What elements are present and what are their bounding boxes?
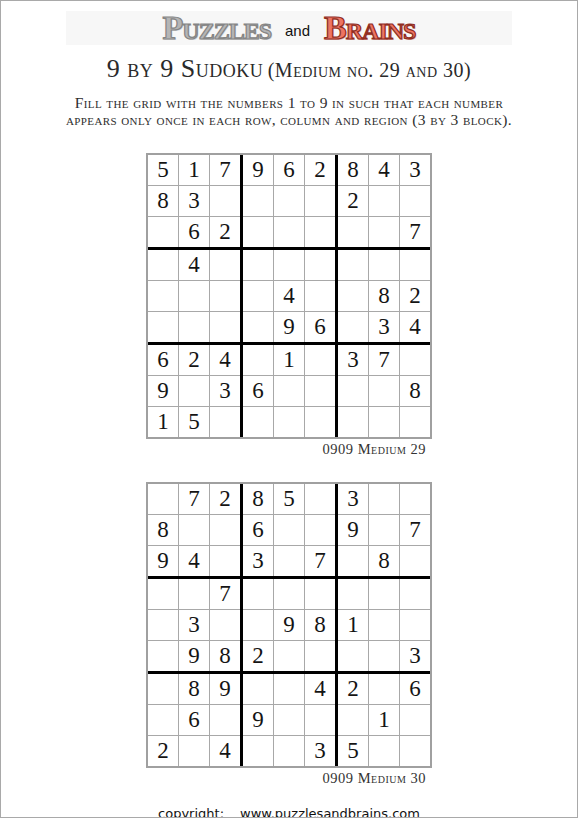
cell-r2c6[interactable]	[305, 186, 335, 216]
cell-r5c3[interactable]	[210, 281, 240, 311]
cell-r3c7[interactable]	[338, 217, 368, 247]
block-2-3: 13	[338, 579, 430, 671]
cell-r2c3[interactable]	[210, 186, 240, 216]
cell-r1c9[interactable]	[400, 484, 430, 514]
cell-r5c9[interactable]: 2	[400, 281, 430, 311]
cell-r3c9[interactable]	[400, 546, 430, 576]
cell-r8c8[interactable]	[369, 376, 399, 406]
cell-r5c1[interactable]	[148, 281, 178, 311]
cell-r5c4[interactable]	[243, 281, 273, 311]
cell-r5c2[interactable]: 3	[179, 610, 209, 640]
cell-r4c2[interactable]: 4	[179, 250, 209, 280]
cell-r6c7[interactable]	[338, 641, 368, 671]
cell-r7c3[interactable]: 9	[210, 674, 240, 704]
cell-r2c8[interactable]	[369, 186, 399, 216]
cell-r4c6[interactable]	[305, 579, 335, 609]
cell-r3c4[interactable]	[243, 217, 273, 247]
cell-r9c6[interactable]	[305, 407, 335, 437]
cell-r9c8[interactable]	[369, 736, 399, 766]
cell-r5c8[interactable]: 8	[369, 281, 399, 311]
cell-r8c8[interactable]: 1	[369, 705, 399, 735]
block-1-3: 3978	[338, 484, 430, 576]
cell-r1c2[interactable]: 7	[179, 484, 209, 514]
cell-r9c3[interactable]: 4	[210, 736, 240, 766]
cell-r1c4[interactable]: 9	[243, 155, 273, 185]
cell-r6c8[interactable]: 3	[369, 312, 399, 342]
cell-r6c2[interactable]	[179, 312, 209, 342]
cell-r3c3[interactable]	[210, 546, 240, 576]
cell-r7c1[interactable]: 6	[148, 345, 178, 375]
cell-r1c2[interactable]: 1	[179, 155, 209, 185]
cell-r2c5[interactable]	[274, 186, 304, 216]
cell-r3c1[interactable]: 9	[148, 546, 178, 576]
cell-r4c4[interactable]	[243, 250, 273, 280]
cell-r6c5[interactable]	[274, 641, 304, 671]
cell-r8c3[interactable]	[210, 705, 240, 735]
cell-r1c3[interactable]: 2	[210, 484, 240, 514]
cell-r6c2[interactable]: 9	[179, 641, 209, 671]
cell-r4c2[interactable]	[179, 579, 209, 609]
cell-r9c5[interactable]	[274, 736, 304, 766]
footer: copyright: www.puzzlesandbrains.com	[158, 806, 420, 818]
cell-r7c2[interactable]: 8	[179, 674, 209, 704]
cell-r1c4[interactable]: 8	[243, 484, 273, 514]
cell-r2c2[interactable]	[179, 515, 209, 545]
puzzle-page: Puzzles and Brains 9 by 9 Sudoku (Medium…	[0, 0, 578, 818]
cell-r7c6[interactable]: 4	[305, 674, 335, 704]
cell-r6c1[interactable]	[148, 641, 178, 671]
cell-r6c1[interactable]	[148, 312, 178, 342]
cell-r9c6[interactable]: 3	[305, 736, 335, 766]
cell-r9c4[interactable]	[243, 407, 273, 437]
page-title: 9 by 9 Sudoku (Medium no. 29 and 30)	[107, 56, 472, 85]
cell-r9c9[interactable]	[400, 407, 430, 437]
cell-r4c3[interactable]	[210, 250, 240, 280]
logo-and-text: and	[285, 22, 310, 39]
puzzle-caption-30: 0909 Medium 30	[146, 770, 432, 787]
cell-r4c8[interactable]	[369, 579, 399, 609]
cell-r3c9[interactable]: 7	[400, 217, 430, 247]
cell-r7c5[interactable]: 1	[274, 345, 304, 375]
cell-r5c4[interactable]	[243, 610, 273, 640]
cell-r5c1[interactable]	[148, 610, 178, 640]
instructions-line-2: appears only once in each row, column an…	[66, 111, 512, 128]
cell-r8c4[interactable]: 6	[243, 376, 273, 406]
cell-r5c6[interactable]	[305, 281, 335, 311]
cell-r9c2[interactable]	[179, 736, 209, 766]
cell-r4c6[interactable]	[305, 250, 335, 280]
cell-r9c7[interactable]	[338, 407, 368, 437]
cell-r4c5[interactable]	[274, 250, 304, 280]
cell-r7c9[interactable]	[400, 345, 430, 375]
cell-r7c2[interactable]: 2	[179, 345, 209, 375]
cell-r8c6[interactable]	[305, 376, 335, 406]
block-2-2: 496	[243, 250, 335, 342]
cell-r9c2[interactable]: 5	[179, 407, 209, 437]
cell-r2c6[interactable]	[305, 515, 335, 545]
website-url: www.puzzlesandbrains.com	[240, 806, 420, 818]
cell-r1c1[interactable]: 5	[148, 155, 178, 185]
cell-r3c8[interactable]: 8	[369, 546, 399, 576]
cell-r2c2[interactable]: 3	[179, 186, 209, 216]
block-3-2: 493	[243, 674, 335, 766]
cell-r2c9[interactable]: 7	[400, 515, 430, 545]
block-3-3: 378	[338, 345, 430, 437]
cell-r9c1[interactable]: 1	[148, 407, 178, 437]
page-title-main: 9 by 9 Sudoku	[107, 54, 263, 83]
cell-r8c2[interactable]: 6	[179, 705, 209, 735]
cell-r4c9[interactable]	[400, 579, 430, 609]
cell-r7c7[interactable]: 3	[338, 345, 368, 375]
block-1-2: 962	[243, 155, 335, 247]
cell-r8c1[interactable]: 9	[148, 376, 178, 406]
block-3-1: 89624	[148, 674, 240, 766]
cell-r2c5[interactable]	[274, 515, 304, 545]
cell-r4c7[interactable]	[338, 250, 368, 280]
cell-r4c1[interactable]	[148, 579, 178, 609]
cell-r4c5[interactable]	[274, 579, 304, 609]
block-2-1: 4	[148, 250, 240, 342]
cell-r9c5[interactable]	[274, 407, 304, 437]
block-1-2: 85637	[243, 484, 335, 576]
cell-r6c8[interactable]	[369, 641, 399, 671]
cell-r8c1[interactable]	[148, 705, 178, 735]
cell-r4c7[interactable]	[338, 579, 368, 609]
cell-r4c9[interactable]	[400, 250, 430, 280]
cell-r1c5[interactable]: 5	[274, 484, 304, 514]
block-3-2: 16	[243, 345, 335, 437]
block-2-3: 8234	[338, 250, 430, 342]
cell-r5c3[interactable]	[210, 610, 240, 640]
cell-r3c2[interactable]: 4	[179, 546, 209, 576]
cell-r6c4[interactable]: 2	[243, 641, 273, 671]
cell-r5c9[interactable]	[400, 610, 430, 640]
cell-r6c3[interactable]: 8	[210, 641, 240, 671]
cell-r1c5[interactable]: 6	[274, 155, 304, 185]
cell-r6c6[interactable]: 6	[305, 312, 335, 342]
cell-r7c1[interactable]	[148, 674, 178, 704]
cell-r1c7[interactable]: 8	[338, 155, 368, 185]
cell-r6c9[interactable]: 3	[400, 641, 430, 671]
cell-r3c2[interactable]: 6	[179, 217, 209, 247]
cell-r6c7[interactable]	[338, 312, 368, 342]
cell-r7c3[interactable]: 4	[210, 345, 240, 375]
cell-r3c5[interactable]	[274, 546, 304, 576]
sudoku-board-medium-30: 72894856373978739898213896244932615	[146, 482, 432, 768]
block-1-1: 5178362	[148, 155, 240, 247]
cell-r2c9[interactable]	[400, 186, 430, 216]
cell-r1c6[interactable]: 2	[305, 155, 335, 185]
cell-r2c7[interactable]: 2	[338, 186, 368, 216]
cell-r5c5[interactable]: 4	[274, 281, 304, 311]
cell-r9c4[interactable]	[243, 736, 273, 766]
cell-r8c6[interactable]	[305, 705, 335, 735]
puzzle-medium-29: 51783629628432744968234624931516378 0909…	[146, 153, 432, 458]
block-2-1: 7398	[148, 579, 240, 671]
logo-banner: Puzzles and Brains	[66, 11, 512, 45]
cell-r7c6[interactable]	[305, 345, 335, 375]
sudoku-board-medium-29: 51783629628432744968234624931516378	[146, 153, 432, 439]
copyright-label: copyright:	[158, 806, 224, 818]
cell-r7c4[interactable]	[243, 345, 273, 375]
cell-r4c4[interactable]	[243, 579, 273, 609]
cell-r8c7[interactable]	[338, 376, 368, 406]
cell-r3c6[interactable]: 7	[305, 546, 335, 576]
cell-r1c3[interactable]: 7	[210, 155, 240, 185]
block-1-1: 72894	[148, 484, 240, 576]
cell-r7c8[interactable]: 7	[369, 345, 399, 375]
block-3-3: 2615	[338, 674, 430, 766]
cell-r9c1[interactable]: 2	[148, 736, 178, 766]
block-1-3: 84327	[338, 155, 430, 247]
cell-r1c1[interactable]	[148, 484, 178, 514]
cell-r6c3[interactable]	[210, 312, 240, 342]
cell-r8c5[interactable]	[274, 705, 304, 735]
cell-r2c1[interactable]: 8	[148, 186, 178, 216]
cell-r8c9[interactable]: 8	[400, 376, 430, 406]
cell-r8c2[interactable]	[179, 376, 209, 406]
cell-r5c7[interactable]: 1	[338, 610, 368, 640]
cell-r8c7[interactable]	[338, 705, 368, 735]
puzzle-caption-29: 0909 Medium 29	[146, 441, 432, 458]
cell-r8c9[interactable]	[400, 705, 430, 735]
cell-r9c8[interactable]	[369, 407, 399, 437]
cell-r6c6[interactable]	[305, 641, 335, 671]
cell-r2c8[interactable]	[369, 515, 399, 545]
cell-r7c4[interactable]	[243, 674, 273, 704]
cell-r6c5[interactable]: 9	[274, 312, 304, 342]
logo-puzzles-text: Puzzles	[163, 11, 271, 45]
cell-r1c9[interactable]: 3	[400, 155, 430, 185]
cell-r2c3[interactable]	[210, 515, 240, 545]
puzzle-medium-30: 72894856373978739898213896244932615 0909…	[146, 482, 432, 787]
cell-r3c5[interactable]	[274, 217, 304, 247]
cell-r8c4[interactable]: 9	[243, 705, 273, 735]
cell-r9c7[interactable]: 5	[338, 736, 368, 766]
cell-r4c3[interactable]: 7	[210, 579, 240, 609]
cell-r8c3[interactable]: 3	[210, 376, 240, 406]
logo-brains-text: Brains	[324, 11, 415, 45]
cell-r7c9[interactable]: 6	[400, 674, 430, 704]
block-3-1: 6249315	[148, 345, 240, 437]
cell-r8c5[interactable]	[274, 376, 304, 406]
cell-r1c7[interactable]: 3	[338, 484, 368, 514]
cell-r9c9[interactable]	[400, 736, 430, 766]
cell-r3c1[interactable]	[148, 217, 178, 247]
cell-r1c8[interactable]	[369, 484, 399, 514]
cell-r9c3[interactable]	[210, 407, 240, 437]
cell-r5c5[interactable]: 9	[274, 610, 304, 640]
cell-r3c6[interactable]	[305, 217, 335, 247]
cell-r6c9[interactable]: 4	[400, 312, 430, 342]
instructions-line-1: Fill the grid with the numbers 1 to 9 in…	[66, 94, 512, 111]
cell-r3c7[interactable]	[338, 546, 368, 576]
cell-r1c6[interactable]	[305, 484, 335, 514]
instructions: Fill the grid with the numbers 1 to 9 in…	[66, 94, 512, 128]
cell-r3c8[interactable]	[369, 217, 399, 247]
page-title-sub: (Medium no. 29 and 30)	[268, 59, 472, 81]
cell-r1c8[interactable]: 4	[369, 155, 399, 185]
cell-r2c7[interactable]: 9	[338, 515, 368, 545]
cell-r7c7[interactable]: 2	[338, 674, 368, 704]
cell-r4c1[interactable]	[148, 250, 178, 280]
cell-r3c4[interactable]: 3	[243, 546, 273, 576]
cell-r2c1[interactable]: 8	[148, 515, 178, 545]
cell-r5c6[interactable]: 8	[305, 610, 335, 640]
cell-r6c4[interactable]	[243, 312, 273, 342]
cell-r4c8[interactable]	[369, 250, 399, 280]
cell-r5c2[interactable]	[179, 281, 209, 311]
cell-r7c8[interactable]	[369, 674, 399, 704]
cell-r2c4[interactable]: 6	[243, 515, 273, 545]
cell-r3c3[interactable]: 2	[210, 217, 240, 247]
cell-r7c5[interactable]	[274, 674, 304, 704]
cell-r5c7[interactable]	[338, 281, 368, 311]
block-2-2: 982	[243, 579, 335, 671]
cell-r5c8[interactable]	[369, 610, 399, 640]
cell-r2c4[interactable]	[243, 186, 273, 216]
